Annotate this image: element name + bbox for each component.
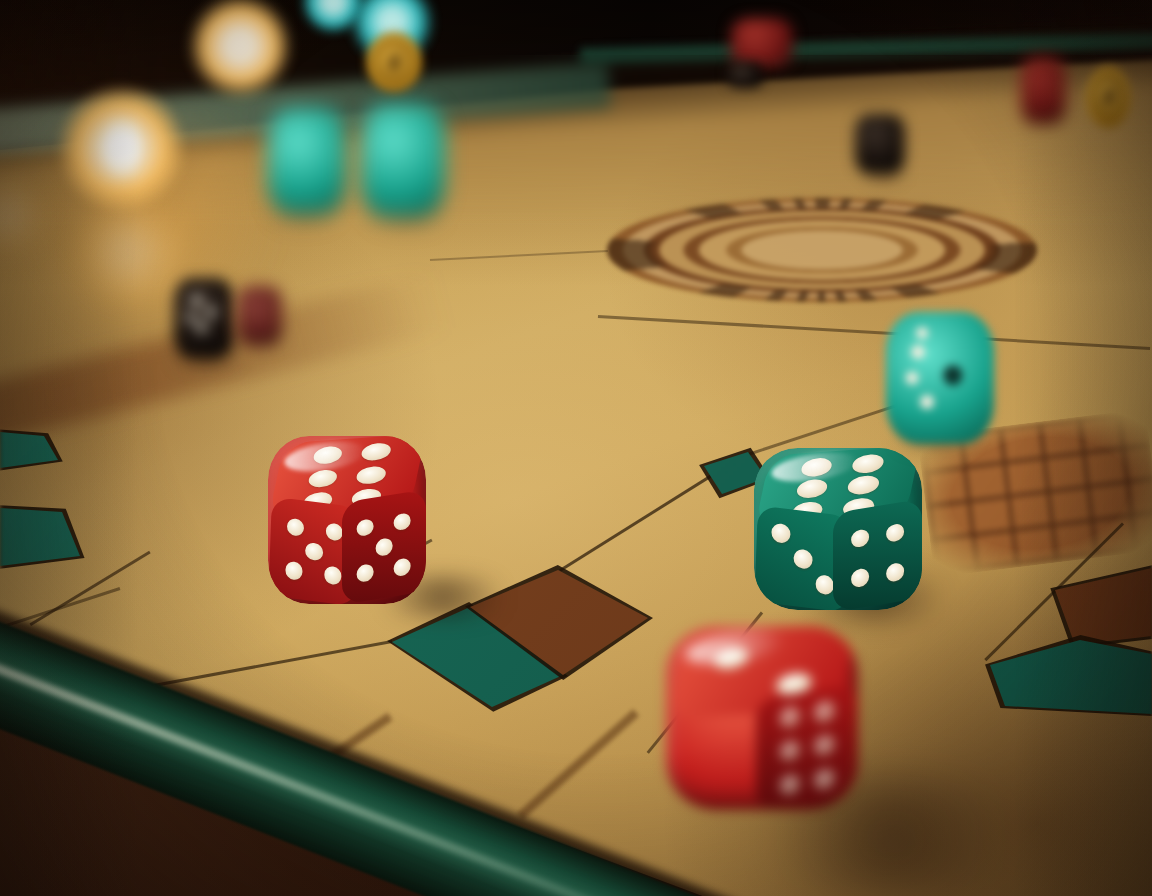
yellow-token-right[interactable]: [1086, 66, 1131, 128]
scene: [0, 0, 1152, 896]
tokens-layer: [0, 0, 1152, 896]
yellow-token-left[interactable]: [366, 32, 422, 92]
